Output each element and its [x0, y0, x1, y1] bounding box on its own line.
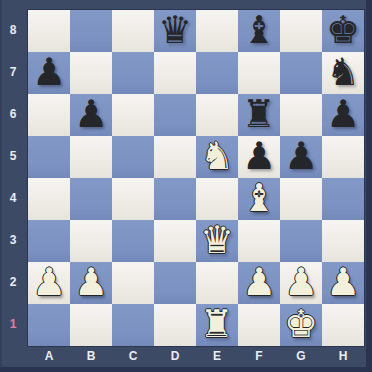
square-e7[interactable] [196, 52, 238, 94]
square-c6[interactable] [112, 94, 154, 136]
square-g1[interactable]: ♚ [280, 304, 322, 346]
rank-label-2: 2 [0, 261, 26, 303]
rank-label-6: 6 [0, 93, 26, 135]
piece-black-pawn[interactable]: ♟ [32, 53, 66, 91]
file-label-c: C [112, 347, 154, 367]
square-e5[interactable]: ♞ [196, 136, 238, 178]
piece-black-rook[interactable]: ♜ [242, 95, 276, 133]
piece-black-pawn[interactable]: ♟ [242, 137, 276, 175]
square-f1[interactable] [238, 304, 280, 346]
square-h6[interactable]: ♟ [322, 94, 364, 136]
square-b1[interactable] [70, 304, 112, 346]
square-f5[interactable]: ♟ [238, 136, 280, 178]
square-c3[interactable] [112, 220, 154, 262]
square-c2[interactable] [112, 262, 154, 304]
piece-white-bishop[interactable]: ♝ [242, 179, 276, 217]
square-e1[interactable]: ♜ [196, 304, 238, 346]
piece-white-pawn[interactable]: ♟ [74, 263, 108, 301]
board: ♛♝♚♟♞♟♜♟♞♟♟♝♛♟♟♟♟♟♜♚ [27, 9, 365, 347]
piece-black-bishop[interactable]: ♝ [242, 11, 276, 49]
square-a6[interactable] [28, 94, 70, 136]
file-label-e: E [196, 347, 238, 367]
square-h5[interactable] [322, 136, 364, 178]
frame-bevel-bottom [0, 367, 372, 372]
file-label-h: H [322, 347, 364, 367]
square-a7[interactable]: ♟ [28, 52, 70, 94]
square-b4[interactable] [70, 178, 112, 220]
square-b8[interactable] [70, 10, 112, 52]
square-d6[interactable] [154, 94, 196, 136]
square-g4[interactable] [280, 178, 322, 220]
square-c8[interactable] [112, 10, 154, 52]
square-d7[interactable] [154, 52, 196, 94]
rank-label-4: 4 [0, 177, 26, 219]
square-d3[interactable] [154, 220, 196, 262]
piece-white-pawn[interactable]: ♟ [326, 263, 360, 301]
square-f7[interactable] [238, 52, 280, 94]
piece-black-queen[interactable]: ♛ [158, 11, 192, 49]
frame-bevel-right [366, 0, 372, 372]
piece-white-rook[interactable]: ♜ [200, 305, 234, 343]
square-e2[interactable] [196, 262, 238, 304]
piece-black-king[interactable]: ♚ [326, 11, 360, 49]
square-h4[interactable] [322, 178, 364, 220]
square-f2[interactable]: ♟ [238, 262, 280, 304]
square-a3[interactable] [28, 220, 70, 262]
square-g8[interactable] [280, 10, 322, 52]
piece-white-king[interactable]: ♚ [284, 305, 318, 343]
square-f6[interactable]: ♜ [238, 94, 280, 136]
chess-diagram-frame: 87654321 ♛♝♚♟♞♟♜♟♞♟♟♝♛♟♟♟♟♟♜♚ ABCDEFGH [0, 0, 372, 372]
square-h2[interactable]: ♟ [322, 262, 364, 304]
piece-black-pawn[interactable]: ♟ [74, 95, 108, 133]
square-h7[interactable]: ♞ [322, 52, 364, 94]
square-a2[interactable]: ♟ [28, 262, 70, 304]
square-b7[interactable] [70, 52, 112, 94]
rank-label-1: 1 [0, 303, 26, 345]
square-b6[interactable]: ♟ [70, 94, 112, 136]
square-e8[interactable] [196, 10, 238, 52]
square-d1[interactable] [154, 304, 196, 346]
square-a4[interactable] [28, 178, 70, 220]
piece-white-pawn[interactable]: ♟ [284, 263, 318, 301]
square-h3[interactable] [322, 220, 364, 262]
square-a5[interactable] [28, 136, 70, 178]
rank-label-8: 8 [0, 9, 26, 51]
file-label-b: B [70, 347, 112, 367]
square-e4[interactable] [196, 178, 238, 220]
piece-white-pawn[interactable]: ♟ [242, 263, 276, 301]
piece-black-knight[interactable]: ♞ [326, 53, 360, 91]
square-g7[interactable] [280, 52, 322, 94]
square-c4[interactable] [112, 178, 154, 220]
piece-white-pawn[interactable]: ♟ [32, 263, 66, 301]
square-h1[interactable] [322, 304, 364, 346]
square-f8[interactable]: ♝ [238, 10, 280, 52]
square-h8[interactable]: ♚ [322, 10, 364, 52]
rank-label-5: 5 [0, 135, 26, 177]
square-d5[interactable] [154, 136, 196, 178]
square-b3[interactable] [70, 220, 112, 262]
square-e3[interactable]: ♛ [196, 220, 238, 262]
square-d8[interactable]: ♛ [154, 10, 196, 52]
piece-black-pawn[interactable]: ♟ [284, 137, 318, 175]
file-label-a: A [28, 347, 70, 367]
square-b5[interactable] [70, 136, 112, 178]
piece-white-queen[interactable]: ♛ [200, 221, 234, 259]
square-a8[interactable] [28, 10, 70, 52]
file-label-d: D [154, 347, 196, 367]
file-label-g: G [280, 347, 322, 367]
square-g3[interactable] [280, 220, 322, 262]
piece-white-knight[interactable]: ♞ [200, 137, 234, 175]
square-g5[interactable]: ♟ [280, 136, 322, 178]
square-g6[interactable] [280, 94, 322, 136]
square-f3[interactable] [238, 220, 280, 262]
square-e6[interactable] [196, 94, 238, 136]
square-c7[interactable] [112, 52, 154, 94]
square-b2[interactable]: ♟ [70, 262, 112, 304]
rank-labels: 87654321 [0, 9, 27, 345]
square-f4[interactable]: ♝ [238, 178, 280, 220]
square-g2[interactable]: ♟ [280, 262, 322, 304]
rank-label-7: 7 [0, 51, 26, 93]
file-labels: ABCDEFGH [28, 347, 364, 367]
rank-label-3: 3 [0, 219, 26, 261]
square-c1[interactable] [112, 304, 154, 346]
piece-black-pawn[interactable]: ♟ [326, 95, 360, 133]
square-c5[interactable] [112, 136, 154, 178]
square-d2[interactable] [154, 262, 196, 304]
file-label-f: F [238, 347, 280, 367]
square-a1[interactable] [28, 304, 70, 346]
square-d4[interactable] [154, 178, 196, 220]
